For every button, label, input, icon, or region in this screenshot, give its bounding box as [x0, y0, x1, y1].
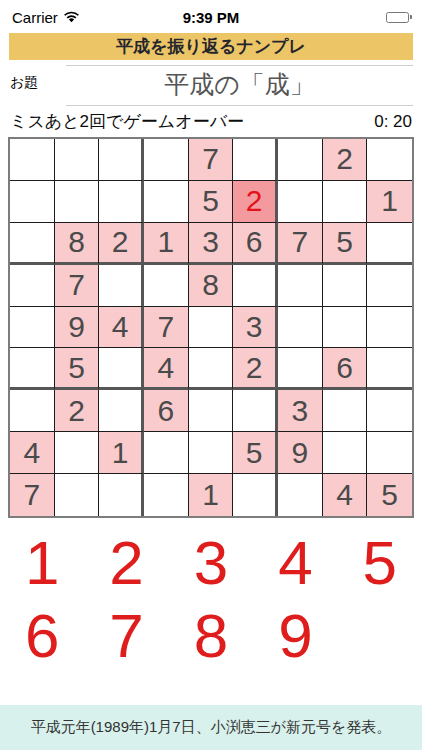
cell-r2c9[interactable]: 1 [367, 181, 412, 223]
cell-r1c9[interactable] [367, 139, 412, 181]
cell-r7c2[interactable]: 2 [55, 390, 100, 432]
numpad-8[interactable]: 8 [169, 599, 253, 672]
cell-r1c5[interactable]: 7 [189, 139, 234, 181]
cell-r2c5[interactable]: 5 [189, 181, 234, 223]
cell-r9c7[interactable] [278, 474, 323, 516]
cell-r6c3[interactable] [99, 348, 144, 390]
trivia-bar: 平成元年(1989年)1月7日、小渕恵三が新元号を発表。 [0, 705, 422, 750]
puzzle-title: 平成の「成」 [66, 65, 413, 106]
cell-r4c7[interactable] [278, 265, 323, 307]
cell-r9c2[interactable] [55, 474, 100, 516]
cell-r1c8[interactable]: 2 [323, 139, 368, 181]
cell-r6c2[interactable]: 5 [55, 348, 100, 390]
cell-r9c8[interactable]: 4 [323, 474, 368, 516]
cell-r8c2[interactable] [55, 432, 100, 474]
cell-r9c6[interactable] [233, 474, 278, 516]
numpad-9[interactable]: 9 [253, 599, 337, 672]
cell-r5c2[interactable]: 9 [55, 307, 100, 349]
cell-r6c1[interactable] [10, 348, 55, 390]
cell-r3c3[interactable]: 2 [99, 223, 144, 265]
cell-r7c5[interactable] [189, 390, 234, 432]
cell-r3c9[interactable] [367, 223, 412, 265]
cell-r8c3[interactable]: 1 [99, 432, 144, 474]
cell-r3c2[interactable]: 8 [55, 223, 100, 265]
cell-r1c4[interactable] [144, 139, 189, 181]
cell-r5c9[interactable] [367, 307, 412, 349]
cell-r8c5[interactable] [189, 432, 234, 474]
cell-r5c1[interactable] [10, 307, 55, 349]
cell-r4c5[interactable]: 8 [189, 265, 234, 307]
cell-r9c4[interactable] [144, 474, 189, 516]
cell-r7c6[interactable] [233, 390, 278, 432]
cell-r9c9[interactable]: 5 [367, 474, 412, 516]
cell-r3c5[interactable]: 3 [189, 223, 234, 265]
numpad-6[interactable]: 6 [0, 599, 84, 672]
cell-r2c7[interactable] [278, 181, 323, 223]
cell-r7c3[interactable] [99, 390, 144, 432]
cell-r2c6[interactable]: 2 [233, 181, 278, 223]
cell-r2c3[interactable] [99, 181, 144, 223]
sudoku-board: 725218213675789473542626341597145 [8, 137, 414, 518]
cell-r8c6[interactable]: 5 [233, 432, 278, 474]
cell-r8c7[interactable]: 9 [278, 432, 323, 474]
cell-r5c7[interactable] [278, 307, 323, 349]
cell-r1c6[interactable] [233, 139, 278, 181]
cell-r2c2[interactable] [55, 181, 100, 223]
cell-r3c6[interactable]: 6 [233, 223, 278, 265]
status-bar: Carrier 9:39 PM [0, 0, 422, 30]
cell-r6c7[interactable] [278, 348, 323, 390]
cell-r4c6[interactable] [233, 265, 278, 307]
cell-r7c1[interactable] [10, 390, 55, 432]
cell-r5c3[interactable]: 4 [99, 307, 144, 349]
timer: 0: 20 [374, 112, 412, 132]
cell-r6c8[interactable]: 6 [323, 348, 368, 390]
cell-r9c5[interactable]: 1 [189, 474, 234, 516]
cell-r4c4[interactable] [144, 265, 189, 307]
numpad-7[interactable]: 7 [84, 599, 168, 672]
cell-r5c6[interactable]: 3 [233, 307, 278, 349]
cell-r1c1[interactable] [10, 139, 55, 181]
cell-r7c8[interactable] [323, 390, 368, 432]
battery-icon [386, 12, 412, 23]
cell-r6c9[interactable] [367, 348, 412, 390]
cell-r8c4[interactable] [144, 432, 189, 474]
number-pad: 123456789 [0, 526, 422, 672]
cell-r9c3[interactable] [99, 474, 144, 516]
carrier-label: Carrier [12, 9, 58, 26]
cell-r1c2[interactable] [55, 139, 100, 181]
numpad-3[interactable]: 3 [169, 526, 253, 599]
cell-r4c1[interactable] [10, 265, 55, 307]
cell-r9c1[interactable]: 7 [10, 474, 55, 516]
cell-r4c8[interactable] [323, 265, 368, 307]
numpad-4[interactable]: 4 [253, 526, 337, 599]
cell-r3c1[interactable] [10, 223, 55, 265]
cell-r1c7[interactable] [278, 139, 323, 181]
cell-r5c8[interactable] [323, 307, 368, 349]
trivia-text: 平成元年(1989年)1月7日、小渕恵三が新元号を発表。 [31, 718, 392, 737]
cell-r7c4[interactable]: 6 [144, 390, 189, 432]
cell-r6c6[interactable]: 2 [233, 348, 278, 390]
cell-r5c5[interactable] [189, 307, 234, 349]
cell-r6c5[interactable] [189, 348, 234, 390]
cell-r6c4[interactable]: 4 [144, 348, 189, 390]
miss-counter-text: ミスあと2回でゲームオーバー [10, 110, 244, 133]
cell-r8c1[interactable]: 4 [10, 432, 55, 474]
numpad-2[interactable]: 2 [84, 526, 168, 599]
cell-r2c4[interactable] [144, 181, 189, 223]
cell-r4c2[interactable]: 7 [55, 265, 100, 307]
cell-r3c4[interactable]: 1 [144, 223, 189, 265]
cell-r3c7[interactable]: 7 [278, 223, 323, 265]
cell-r5c4[interactable]: 7 [144, 307, 189, 349]
cell-r8c8[interactable] [323, 432, 368, 474]
cell-r4c9[interactable] [367, 265, 412, 307]
cell-r7c7[interactable]: 3 [278, 390, 323, 432]
cell-r1c3[interactable] [99, 139, 144, 181]
game-status-row: ミスあと2回でゲームオーバー 0: 20 [0, 106, 422, 135]
cell-r7c9[interactable] [367, 390, 412, 432]
cell-r4c3[interactable] [99, 265, 144, 307]
numpad-1[interactable]: 1 [0, 526, 84, 599]
subject-label: お題 [10, 65, 66, 106]
app-title-banner-button[interactable]: 平成を振り返るナンプレ [9, 33, 413, 60]
cell-r2c8[interactable] [323, 181, 368, 223]
subject-row: お題 平成の「成」 [10, 65, 413, 106]
numpad-5[interactable]: 5 [338, 526, 422, 599]
cell-r3c8[interactable]: 5 [323, 223, 368, 265]
wifi-icon [63, 9, 80, 26]
cell-r8c9[interactable] [367, 432, 412, 474]
cell-r2c1[interactable] [10, 181, 55, 223]
